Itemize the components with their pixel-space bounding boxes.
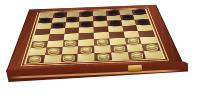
cream-man: ⛂ (47, 45, 60, 57)
black-man: ⛂ (81, 19, 92, 29)
square-d2[interactable]: ⛂ (78, 46, 94, 54)
brass-latch-icon (128, 65, 142, 72)
square-h2[interactable]: ⛂ (142, 43, 161, 51)
square-d6[interactable]: ⛂ (79, 21, 93, 27)
square-f6[interactable]: ⛂ (107, 20, 122, 26)
pinstripe-inner: ⛂⛂⛂⛂⛂⛂⛂⛂⛂⛂⛂⛂⛂⛂⛂⛂⛂⛂⛂⛂⛂⛂⛂⛂ (24, 9, 166, 65)
black-man: ⛂ (54, 10, 64, 19)
black-man: ⛂ (108, 8, 119, 17)
cream-man: ⛂ (145, 41, 159, 52)
cream-man: ⛂ (127, 35, 140, 46)
cream-man: ⛂ (62, 51, 75, 63)
black-man: ⛂ (122, 12, 133, 21)
black-man: ⛂ (39, 15, 50, 24)
black-man: ⛂ (137, 17, 149, 26)
pinstripe-outer: ⛂⛂⛂⛂⛂⛂⛂⛂⛂⛂⛂⛂⛂⛂⛂⛂⛂⛂⛂⛂⛂⛂⛂⛂ (21, 8, 170, 66)
board-grid: ⛂⛂⛂⛂⛂⛂⛂⛂⛂⛂⛂⛂⛂⛂⛂⛂⛂⛂⛂⛂⛂⛂⛂⛂ (26, 9, 163, 63)
square-h8[interactable]: ⛂ (132, 9, 147, 14)
square-b8[interactable]: ⛂ (53, 12, 67, 17)
square-g7[interactable]: ⛂ (120, 15, 135, 21)
cream-man: ⛂ (32, 38, 45, 49)
black-man: ⛂ (67, 14, 78, 23)
square-f8[interactable]: ⛂ (106, 10, 120, 15)
square-f2[interactable]: ⛂ (110, 45, 127, 53)
square-e3[interactable]: ⛂ (94, 38, 110, 45)
black-man: ⛂ (134, 7, 145, 16)
checkers-photo-scene: ⛂⛂⛂⛂⛂⛂⛂⛂⛂⛂⛂⛂⛂⛂⛂⛂⛂⛂⛂⛂⛂⛂⛂⛂ (0, 0, 200, 103)
square-d8[interactable]: ⛂ (80, 11, 93, 16)
board-frame: ⛂⛂⛂⛂⛂⛂⛂⛂⛂⛂⛂⛂⛂⛂⛂⛂⛂⛂⛂⛂⛂⛂⛂⛂ (7, 5, 183, 71)
black-man: ⛂ (109, 18, 121, 27)
cream-man: ⛂ (64, 37, 76, 48)
square-h6[interactable]: ⛂ (135, 19, 151, 25)
square-a1[interactable]: ⛂ (26, 55, 45, 64)
cream-man: ⛂ (28, 53, 42, 65)
cream-man: ⛂ (112, 42, 125, 54)
checkers-board: ⛂⛂⛂⛂⛂⛂⛂⛂⛂⛂⛂⛂⛂⛂⛂⛂⛂⛂⛂⛂⛂⛂⛂⛂ (7, 5, 183, 71)
cream-man: ⛂ (96, 36, 109, 47)
square-e1[interactable]: ⛂ (94, 52, 111, 60)
black-man: ⛂ (81, 9, 91, 18)
black-man: ⛂ (95, 13, 106, 22)
square-c1[interactable]: ⛂ (60, 54, 77, 63)
square-b6[interactable]: ⛂ (51, 22, 66, 28)
box-fold-seam (8, 69, 182, 79)
cream-man: ⛂ (130, 49, 144, 61)
black-man: ⛂ (52, 20, 63, 30)
cream-man: ⛂ (96, 50, 110, 62)
square-e7[interactable]: ⛂ (93, 16, 107, 22)
cream-man: ⛂ (80, 43, 93, 55)
